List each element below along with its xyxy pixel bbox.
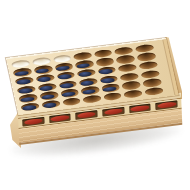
hole-r6c3[interactable]: [60, 96, 82, 107]
tray-slot-5: [129, 104, 151, 114]
tray-slot-6: [156, 100, 178, 110]
red-disc[interactable]: [77, 111, 96, 118]
hole-r6c5[interactable]: [101, 91, 123, 102]
tray-slot-2: [49, 114, 71, 124]
empty-hole: [124, 89, 143, 98]
red-disc[interactable]: [104, 108, 123, 115]
empty-hole: [62, 97, 81, 106]
empty-hole: [83, 95, 102, 104]
hole-r6c6[interactable]: [122, 89, 144, 100]
hole-with-blue-disc: [41, 100, 60, 109]
tray-slot-3: [76, 110, 98, 120]
hole-r6c7[interactable]: [143, 86, 165, 97]
connect-four-box-photo: [0, 0, 190, 190]
red-disc[interactable]: [157, 101, 176, 108]
hole-with-blue-disc: [21, 102, 40, 111]
hole-r6c2[interactable]: [40, 99, 62, 110]
red-disc[interactable]: [51, 115, 70, 122]
tray-slot-4: [102, 107, 124, 117]
blue-disc[interactable]: [22, 105, 36, 112]
empty-hole: [103, 92, 122, 101]
hole-r6c4[interactable]: [81, 94, 103, 105]
empty-hole: [144, 87, 163, 96]
hole-r6c1[interactable]: [19, 101, 41, 112]
tray-slot-1: [22, 117, 44, 127]
red-disc[interactable]: [131, 105, 150, 112]
red-disc[interactable]: [24, 118, 43, 125]
blue-disc[interactable]: [43, 102, 57, 109]
